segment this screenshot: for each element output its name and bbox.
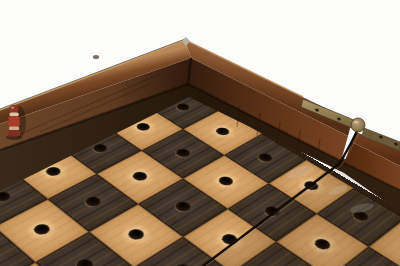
peg-ground-shadow [6, 135, 22, 140]
peg-hole [219, 232, 241, 247]
peg-shadow [12, 106, 26, 138]
corner-crease [188, 58, 191, 84]
peg-hole [91, 143, 110, 154]
peg-hole [43, 165, 63, 177]
peg-hole [312, 237, 333, 252]
peg-hole [172, 262, 195, 266]
peg-hole [351, 209, 371, 223]
hinge-knuckle-highlight [354, 120, 359, 123]
peg-lower-band [9, 127, 19, 131]
peg-hole [134, 122, 152, 133]
brass-hinge [301, 99, 400, 151]
peg-hole [301, 180, 321, 192]
red-peg-pawn[interactable] [6, 105, 26, 140]
peg-head [9, 105, 18, 113]
peg-hole [173, 147, 192, 158]
right-rail-edge-highlight [185, 40, 303, 97]
hinge-knuckle [351, 118, 365, 132]
peg-hole [83, 195, 104, 208]
peg-hole [216, 175, 236, 187]
peg-hole [125, 227, 147, 242]
peg-hole [31, 222, 53, 237]
peg-body [9, 116, 20, 127]
chess-board-grid [0, 87, 400, 266]
far-rail-top-face [352, 132, 400, 166]
peg-hole [214, 126, 232, 137]
peg-hole [256, 152, 275, 163]
peg-hole [130, 170, 150, 182]
hinge-plate-right [362, 128, 400, 151]
wood-knot [93, 55, 99, 59]
peg-base [8, 130, 20, 136]
hinge-screws [315, 108, 398, 145]
peg-hole [73, 257, 96, 266]
hinge-plate-left [301, 99, 354, 128]
peg-hole [0, 190, 13, 203]
peg-hole [173, 200, 194, 213]
corner-chip [182, 37, 190, 46]
chess-board-plane [0, 82, 400, 266]
peg-hole [174, 102, 192, 112]
peg-head-highlight [11, 106, 14, 108]
peg-collar-band [9, 112, 18, 116]
travel-chessboard-photo [0, 0, 400, 266]
peg-hole [262, 205, 283, 218]
